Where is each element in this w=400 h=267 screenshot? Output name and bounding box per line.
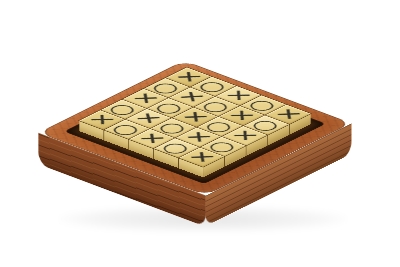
game-board: ✕○✕○✕○✕○✕○✕○✕○✕○✕○✕○✕○✕○✕ <box>38 61 351 196</box>
scene: ✕○✕○✕○✕○✕○✕○✕○✕○✕○✕○✕○✕○✕ <box>0 0 400 267</box>
